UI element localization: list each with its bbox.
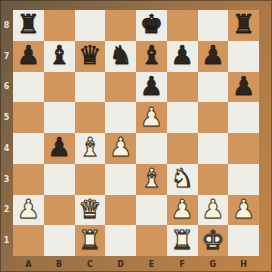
square-d5[interactable] bbox=[105, 102, 136, 133]
square-c7[interactable]: ♛ bbox=[75, 41, 106, 72]
square-d4[interactable]: ♟ bbox=[105, 133, 136, 164]
file-label-f: F bbox=[167, 257, 198, 272]
piece-white-pawn[interactable]: ♟ bbox=[17, 196, 40, 222]
square-f8[interactable] bbox=[167, 10, 198, 41]
file-label-d: D bbox=[105, 257, 136, 272]
square-c2[interactable]: ♛ bbox=[75, 195, 106, 226]
piece-white-pawn[interactable]: ♟ bbox=[170, 196, 193, 222]
square-a4[interactable] bbox=[13, 133, 44, 164]
square-g4[interactable] bbox=[198, 133, 229, 164]
rank-label-2: 2 bbox=[0, 195, 13, 226]
piece-black-knight[interactable]: ♞ bbox=[109, 42, 132, 68]
square-e5[interactable]: ♟ bbox=[136, 102, 167, 133]
square-g7[interactable]: ♟ bbox=[198, 41, 229, 72]
square-h1[interactable] bbox=[228, 225, 259, 256]
square-c8[interactable] bbox=[75, 10, 106, 41]
square-c3[interactable] bbox=[75, 164, 106, 195]
piece-black-pawn[interactable]: ♟ bbox=[17, 42, 40, 68]
square-f2[interactable]: ♟ bbox=[167, 195, 198, 226]
piece-black-pawn[interactable]: ♟ bbox=[47, 134, 70, 160]
square-a6[interactable] bbox=[13, 72, 44, 103]
square-c6[interactable] bbox=[75, 72, 106, 103]
square-e1[interactable] bbox=[136, 225, 167, 256]
square-e2[interactable] bbox=[136, 195, 167, 226]
file-label-c: C bbox=[75, 257, 106, 272]
square-h2[interactable]: ♟ bbox=[228, 195, 259, 226]
piece-white-pawn[interactable]: ♟ bbox=[232, 196, 255, 222]
square-f1[interactable]: ♜ bbox=[167, 225, 198, 256]
square-a5[interactable] bbox=[13, 102, 44, 133]
square-a8[interactable]: ♜ bbox=[13, 10, 44, 41]
square-g6[interactable] bbox=[198, 72, 229, 103]
piece-black-rook[interactable]: ♜ bbox=[232, 11, 255, 37]
square-b1[interactable] bbox=[44, 225, 75, 256]
piece-white-pawn[interactable]: ♟ bbox=[201, 196, 224, 222]
square-b5[interactable] bbox=[44, 102, 75, 133]
square-d2[interactable] bbox=[105, 195, 136, 226]
square-a3[interactable] bbox=[13, 164, 44, 195]
rank-label-8: 8 bbox=[0, 10, 13, 41]
chess-diagram: ♜♚♜♟♝♛♞♝♟♟♟♟♟♟♝♟♝♞♟♛♟♟♟♜♜♚ 87654321 ABCD… bbox=[0, 0, 272, 272]
square-d8[interactable] bbox=[105, 10, 136, 41]
piece-black-queen[interactable]: ♛ bbox=[78, 42, 101, 68]
piece-white-knight[interactable]: ♞ bbox=[170, 165, 193, 191]
piece-white-bishop[interactable]: ♝ bbox=[140, 165, 163, 191]
square-g8[interactable] bbox=[198, 10, 229, 41]
square-g1[interactable]: ♚ bbox=[198, 225, 229, 256]
piece-white-bishop[interactable]: ♝ bbox=[78, 134, 101, 160]
square-d6[interactable] bbox=[105, 72, 136, 103]
piece-black-pawn[interactable]: ♟ bbox=[140, 73, 163, 99]
rank-label-6: 6 bbox=[0, 72, 13, 103]
piece-black-pawn[interactable]: ♟ bbox=[201, 42, 224, 68]
piece-black-bishop[interactable]: ♝ bbox=[47, 42, 70, 68]
square-h5[interactable] bbox=[228, 102, 259, 133]
square-g3[interactable] bbox=[198, 164, 229, 195]
square-h6[interactable]: ♟ bbox=[228, 72, 259, 103]
square-b8[interactable] bbox=[44, 10, 75, 41]
square-g5[interactable] bbox=[198, 102, 229, 133]
square-d1[interactable] bbox=[105, 225, 136, 256]
square-a1[interactable] bbox=[13, 225, 44, 256]
piece-black-pawn[interactable]: ♟ bbox=[232, 73, 255, 99]
square-e6[interactable]: ♟ bbox=[136, 72, 167, 103]
piece-white-rook[interactable]: ♜ bbox=[170, 227, 193, 253]
file-label-h: H bbox=[228, 257, 259, 272]
file-label-b: B bbox=[44, 257, 75, 272]
square-h4[interactable] bbox=[228, 133, 259, 164]
square-f5[interactable] bbox=[167, 102, 198, 133]
square-f7[interactable]: ♟ bbox=[167, 41, 198, 72]
piece-black-bishop[interactable]: ♝ bbox=[140, 42, 163, 68]
rank-label-3: 3 bbox=[0, 164, 13, 195]
rank-label-7: 7 bbox=[0, 41, 13, 72]
square-h7[interactable] bbox=[228, 41, 259, 72]
square-b2[interactable] bbox=[44, 195, 75, 226]
file-label-g: G bbox=[198, 257, 229, 272]
square-c1[interactable]: ♜ bbox=[75, 225, 106, 256]
square-a7[interactable]: ♟ bbox=[13, 41, 44, 72]
square-h8[interactable]: ♜ bbox=[228, 10, 259, 41]
chess-board: ♜♚♜♟♝♛♞♝♟♟♟♟♟♟♝♟♝♞♟♛♟♟♟♜♜♚ bbox=[13, 10, 259, 256]
rank-label-5: 5 bbox=[0, 102, 13, 133]
piece-white-queen[interactable]: ♛ bbox=[78, 196, 101, 222]
square-e3[interactable]: ♝ bbox=[136, 164, 167, 195]
piece-white-pawn[interactable]: ♟ bbox=[140, 104, 163, 130]
piece-black-rook[interactable]: ♜ bbox=[17, 11, 40, 37]
square-f4[interactable] bbox=[167, 133, 198, 164]
square-h3[interactable] bbox=[228, 164, 259, 195]
square-f6[interactable] bbox=[167, 72, 198, 103]
square-c5[interactable] bbox=[75, 102, 106, 133]
square-e4[interactable] bbox=[136, 133, 167, 164]
piece-white-pawn[interactable]: ♟ bbox=[109, 134, 132, 160]
square-d3[interactable] bbox=[105, 164, 136, 195]
square-f3[interactable]: ♞ bbox=[167, 164, 198, 195]
square-a2[interactable]: ♟ bbox=[13, 195, 44, 226]
square-e7[interactable]: ♝ bbox=[136, 41, 167, 72]
square-e8[interactable]: ♚ bbox=[136, 10, 167, 41]
rank-label-4: 4 bbox=[0, 133, 13, 164]
square-g2[interactable]: ♟ bbox=[198, 195, 229, 226]
piece-black-pawn[interactable]: ♟ bbox=[170, 42, 193, 68]
square-b3[interactable] bbox=[44, 164, 75, 195]
file-label-e: E bbox=[136, 257, 167, 272]
piece-black-king[interactable]: ♚ bbox=[140, 11, 163, 37]
square-d7[interactable]: ♞ bbox=[105, 41, 136, 72]
piece-white-king[interactable]: ♚ bbox=[201, 227, 224, 253]
rank-label-1: 1 bbox=[0, 225, 13, 256]
square-b6[interactable] bbox=[44, 72, 75, 103]
file-label-a: A bbox=[13, 257, 44, 272]
square-c4[interactable]: ♝ bbox=[75, 133, 106, 164]
piece-white-rook[interactable]: ♜ bbox=[78, 227, 101, 253]
square-b4[interactable]: ♟ bbox=[44, 133, 75, 164]
square-b7[interactable]: ♝ bbox=[44, 41, 75, 72]
